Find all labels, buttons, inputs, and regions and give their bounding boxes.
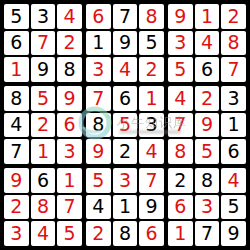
cell-r9c9[interactable]: 9 (221, 221, 246, 246)
cell-r8c7[interactable]: 6 (168, 195, 193, 220)
cell-r1c3[interactable]: 4 (57, 4, 82, 29)
sudoku-box-9: 284635179 (168, 168, 246, 246)
cell-r4c6[interactable]: 1 (139, 86, 164, 111)
cell-r1c6[interactable]: 8 (139, 4, 164, 29)
cell-r4c4[interactable]: 7 (86, 86, 111, 111)
sudoku-board: 5346721986781953429123485678594267137618… (0, 0, 250, 250)
cell-r2c3[interactable]: 2 (57, 31, 82, 56)
cell-r5c4[interactable]: 8 (86, 113, 111, 138)
cell-r2c9[interactable]: 8 (221, 31, 246, 56)
cell-r3c1[interactable]: 1 (4, 57, 29, 82)
cell-r1c2[interactable]: 3 (31, 4, 56, 29)
cell-r7c4[interactable]: 5 (86, 168, 111, 193)
cell-r9c4[interactable]: 2 (86, 221, 111, 246)
cell-r7c1[interactable]: 9 (4, 168, 29, 193)
cell-r9c8[interactable]: 7 (195, 221, 220, 246)
cell-r3c8[interactable]: 6 (195, 57, 220, 82)
cell-r6c2[interactable]: 1 (31, 139, 56, 164)
cell-r4c2[interactable]: 5 (31, 86, 56, 111)
cell-r8c3[interactable]: 7 (57, 195, 82, 220)
sudoku-box-5: 761853924 (86, 86, 164, 164)
cell-r8c9[interactable]: 5 (221, 195, 246, 220)
cell-r7c8[interactable]: 8 (195, 168, 220, 193)
cell-r7c5[interactable]: 3 (113, 168, 138, 193)
cell-r6c4[interactable]: 9 (86, 139, 111, 164)
cell-r1c8[interactable]: 1 (195, 4, 220, 29)
cell-r9c2[interactable]: 4 (31, 221, 56, 246)
cell-r3c3[interactable]: 8 (57, 57, 82, 82)
cell-r2c1[interactable]: 6 (4, 31, 29, 56)
sudoku-box-3: 912348567 (168, 4, 246, 82)
cell-r2c4[interactable]: 1 (86, 31, 111, 56)
cell-r3c5[interactable]: 4 (113, 57, 138, 82)
cell-r7c2[interactable]: 6 (31, 168, 56, 193)
cell-r5c7[interactable]: 7 (168, 113, 193, 138)
sudoku-box-4: 859426713 (4, 86, 82, 164)
cell-r9c1[interactable]: 3 (4, 221, 29, 246)
cell-r5c3[interactable]: 6 (57, 113, 82, 138)
cell-r6c8[interactable]: 5 (195, 139, 220, 164)
cell-r1c5[interactable]: 7 (113, 4, 138, 29)
cell-r2c8[interactable]: 4 (195, 31, 220, 56)
cell-r7c6[interactable]: 7 (139, 168, 164, 193)
sudoku-box-6: 423791856 (168, 86, 246, 164)
cell-r4c3[interactable]: 9 (57, 86, 82, 111)
cell-r3c7[interactable]: 5 (168, 57, 193, 82)
cell-r6c6[interactable]: 4 (139, 139, 164, 164)
cell-r5c9[interactable]: 1 (221, 113, 246, 138)
cell-r2c2[interactable]: 7 (31, 31, 56, 56)
cell-r1c1[interactable]: 5 (4, 4, 29, 29)
cell-r6c9[interactable]: 6 (221, 139, 246, 164)
cell-r8c4[interactable]: 4 (86, 195, 111, 220)
cell-r5c8[interactable]: 9 (195, 113, 220, 138)
cell-r2c7[interactable]: 3 (168, 31, 193, 56)
cell-r4c7[interactable]: 4 (168, 86, 193, 111)
cell-r7c3[interactable]: 1 (57, 168, 82, 193)
cell-r4c5[interactable]: 6 (113, 86, 138, 111)
cell-r1c9[interactable]: 2 (221, 4, 246, 29)
cell-r2c5[interactable]: 9 (113, 31, 138, 56)
cell-r8c8[interactable]: 3 (195, 195, 220, 220)
sudoku-box-8: 537419286 (86, 168, 164, 246)
cell-r1c7[interactable]: 9 (168, 4, 193, 29)
sudoku-box-1: 534672198 (4, 4, 82, 82)
cell-r7c7[interactable]: 2 (168, 168, 193, 193)
cell-r6c3[interactable]: 3 (57, 139, 82, 164)
cell-r6c5[interactable]: 2 (113, 139, 138, 164)
cell-r9c7[interactable]: 1 (168, 221, 193, 246)
cell-r6c1[interactable]: 7 (4, 139, 29, 164)
cell-r5c5[interactable]: 5 (113, 113, 138, 138)
cell-r9c3[interactable]: 5 (57, 221, 82, 246)
sudoku-box-2: 678195342 (86, 4, 164, 82)
cell-r8c1[interactable]: 2 (4, 195, 29, 220)
cell-r8c6[interactable]: 9 (139, 195, 164, 220)
cell-r5c6[interactable]: 3 (139, 113, 164, 138)
cell-r1c4[interactable]: 6 (86, 4, 111, 29)
cell-r8c2[interactable]: 8 (31, 195, 56, 220)
cell-r7c9[interactable]: 4 (221, 168, 246, 193)
cell-r5c2[interactable]: 2 (31, 113, 56, 138)
cell-r3c6[interactable]: 2 (139, 57, 164, 82)
cell-r3c9[interactable]: 7 (221, 57, 246, 82)
cell-r4c8[interactable]: 2 (195, 86, 220, 111)
sudoku-box-7: 961287345 (4, 168, 82, 246)
cell-r3c2[interactable]: 9 (31, 57, 56, 82)
cell-r5c1[interactable]: 4 (4, 113, 29, 138)
cell-r9c5[interactable]: 8 (113, 221, 138, 246)
cell-r4c9[interactable]: 3 (221, 86, 246, 111)
cell-r2c6[interactable]: 5 (139, 31, 164, 56)
cell-r9c6[interactable]: 6 (139, 221, 164, 246)
cell-r8c5[interactable]: 1 (113, 195, 138, 220)
cell-r3c4[interactable]: 3 (86, 57, 111, 82)
cell-r4c1[interactable]: 8 (4, 86, 29, 111)
cell-r6c7[interactable]: 8 (168, 139, 193, 164)
